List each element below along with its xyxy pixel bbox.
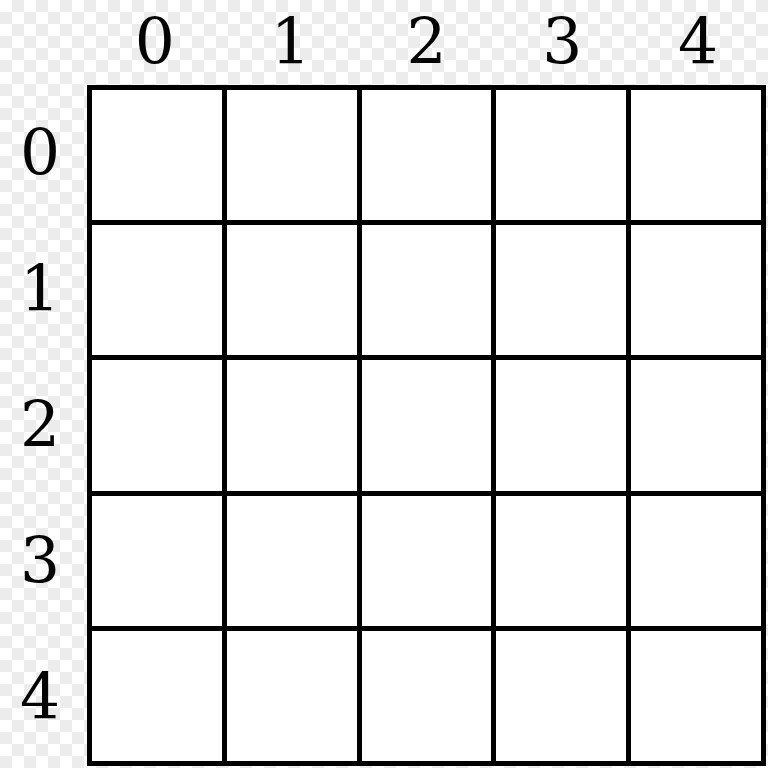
cell-r4-c4[interactable] bbox=[631, 631, 761, 761]
grid-board bbox=[87, 85, 766, 766]
cell-r3-c3[interactable] bbox=[496, 496, 626, 626]
row-label-0: 0 bbox=[20, 122, 60, 185]
row-label-4: 4 bbox=[20, 666, 60, 729]
row-label-3: 3 bbox=[20, 530, 60, 593]
column-label-0: 0 bbox=[135, 11, 175, 74]
cell-r3-c1[interactable] bbox=[227, 496, 357, 626]
cell-r0-c3[interactable] bbox=[496, 90, 626, 220]
cell-r2-c3[interactable] bbox=[496, 360, 626, 490]
cell-r4-c0[interactable] bbox=[92, 631, 222, 761]
cell-r1-c0[interactable] bbox=[92, 225, 222, 355]
cell-r1-c2[interactable] bbox=[362, 225, 492, 355]
cell-r4-c3[interactable] bbox=[496, 631, 626, 761]
cell-r2-c2[interactable] bbox=[362, 360, 492, 490]
row-label-2: 2 bbox=[20, 394, 60, 457]
cell-r0-c1[interactable] bbox=[227, 90, 357, 220]
cell-r3-c2[interactable] bbox=[362, 496, 492, 626]
column-label-3: 3 bbox=[542, 11, 582, 74]
cell-r0-c4[interactable] bbox=[631, 90, 761, 220]
transparency-checkerboard-background: 0 1 2 3 4 0 1 2 3 4 bbox=[0, 0, 768, 768]
cell-r4-c1[interactable] bbox=[227, 631, 357, 761]
cell-r0-c0[interactable] bbox=[92, 90, 222, 220]
cell-r0-c2[interactable] bbox=[362, 90, 492, 220]
row-label-1: 1 bbox=[20, 258, 60, 321]
cell-r2-c4[interactable] bbox=[631, 360, 761, 490]
cell-r1-c1[interactable] bbox=[227, 225, 357, 355]
cell-r1-c4[interactable] bbox=[631, 225, 761, 355]
cell-r4-c2[interactable] bbox=[362, 631, 492, 761]
cell-r2-c1[interactable] bbox=[227, 360, 357, 490]
cell-r3-c0[interactable] bbox=[92, 496, 222, 626]
row-labels: 0 1 2 3 4 bbox=[0, 85, 80, 766]
cell-r3-c4[interactable] bbox=[631, 496, 761, 626]
column-label-1: 1 bbox=[271, 11, 311, 74]
column-label-4: 4 bbox=[678, 11, 718, 74]
cell-r1-c3[interactable] bbox=[496, 225, 626, 355]
column-label-2: 2 bbox=[406, 11, 446, 74]
cell-r2-c0[interactable] bbox=[92, 360, 222, 490]
column-labels: 0 1 2 3 4 bbox=[87, 0, 766, 85]
